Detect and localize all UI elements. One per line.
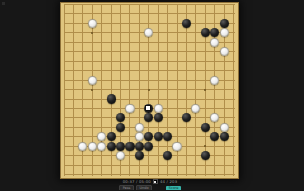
stone-black-Q6 xyxy=(201,123,210,132)
stone-white-H8 xyxy=(125,104,134,113)
star-point xyxy=(91,89,93,91)
app-window: 00:37 / 05:00 44 / 203 Pass Undo Score xyxy=(0,0,304,190)
stone-black-S5 xyxy=(220,132,229,141)
stone-black-G6 xyxy=(116,123,125,132)
pass-button[interactable]: Pass xyxy=(119,185,134,191)
stop-button[interactable] xyxy=(153,179,158,184)
stone-black-M5 xyxy=(163,132,172,141)
control-bar: 00:37 / 05:00 44 / 203 Pass Undo Score xyxy=(102,179,198,190)
stone-white-N4 xyxy=(172,142,181,151)
stone-black-O17 xyxy=(182,19,191,28)
stone-black-K8 xyxy=(144,104,153,113)
grid-line-horizontal xyxy=(64,165,235,166)
stone-black-M3 xyxy=(163,151,172,160)
grid-line-vertical xyxy=(233,5,234,176)
stone-black-Q16 xyxy=(201,28,210,37)
grid-line-horizontal xyxy=(64,99,235,100)
grid-line-vertical xyxy=(186,5,187,176)
stone-white-S6 xyxy=(220,123,229,132)
star-point xyxy=(148,89,150,91)
stone-black-G7 xyxy=(116,113,125,122)
stone-black-O7 xyxy=(182,113,191,122)
stone-white-J5 xyxy=(135,132,144,141)
star-point xyxy=(91,32,93,34)
stone-white-E5 xyxy=(97,132,106,141)
stone-black-F4 xyxy=(107,142,116,151)
stone-white-K16 xyxy=(144,28,153,37)
go-board[interactable] xyxy=(60,2,239,179)
stone-white-R7 xyxy=(210,113,219,122)
stone-white-R11 xyxy=(210,76,219,85)
stone-white-R15 xyxy=(210,38,219,47)
grid-line-vertical xyxy=(167,5,168,176)
stone-white-D11 xyxy=(88,76,97,85)
stone-white-J6 xyxy=(135,123,144,132)
stone-black-J4 xyxy=(135,142,144,151)
stone-black-L7 xyxy=(154,113,163,122)
window-corner-dot xyxy=(2,2,5,5)
stop-icon xyxy=(154,181,156,183)
stone-black-L5 xyxy=(154,132,163,141)
game-clock: 00:37 / 05:00 xyxy=(123,180,151,184)
star-point xyxy=(204,89,206,91)
grid-line-vertical xyxy=(195,5,196,176)
move-counter: 44 / 203 xyxy=(160,180,177,184)
stone-white-G3 xyxy=(116,151,125,160)
stone-black-K5 xyxy=(144,132,153,141)
stone-black-R16 xyxy=(210,28,219,37)
score-button[interactable]: Score xyxy=(166,186,181,191)
stone-white-D4 xyxy=(88,142,97,151)
stone-black-F9 xyxy=(107,94,116,103)
stone-black-J3 xyxy=(135,151,144,160)
stone-white-E4 xyxy=(97,142,106,151)
stone-white-S14 xyxy=(220,47,229,56)
undo-button[interactable]: Undo xyxy=(136,185,152,191)
stone-white-D17 xyxy=(88,19,97,28)
stone-white-C4 xyxy=(78,142,87,151)
stone-black-Q3 xyxy=(201,151,210,160)
stone-black-R5 xyxy=(210,132,219,141)
stone-white-L8 xyxy=(154,104,163,113)
stone-white-S16 xyxy=(220,28,229,37)
stone-black-S17 xyxy=(220,19,229,28)
button-row: Pass Undo Score xyxy=(119,186,181,191)
grid-line-horizontal xyxy=(64,174,235,175)
grid-line-vertical xyxy=(158,5,159,176)
status-row: 00:37 / 05:00 44 / 203 xyxy=(123,179,178,184)
stone-black-K4 xyxy=(144,142,153,151)
last-move-marker xyxy=(146,106,150,110)
stone-black-F5 xyxy=(107,132,116,141)
stone-black-G4 xyxy=(116,142,125,151)
stone-black-H4 xyxy=(125,142,134,151)
stone-black-K7 xyxy=(144,113,153,122)
stone-white-P8 xyxy=(191,104,200,113)
